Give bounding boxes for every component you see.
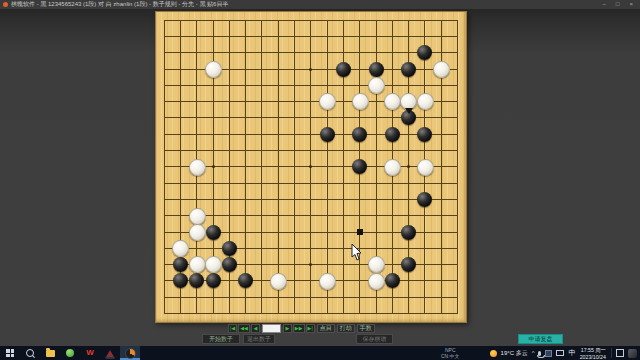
ship-app-button[interactable] — [100, 346, 120, 360]
white-stone[interactable] — [189, 256, 206, 273]
black-stone[interactable] — [173, 257, 188, 272]
black-stone[interactable] — [173, 273, 188, 288]
search-icon — [26, 349, 34, 357]
clock-date: 2023/10/24 — [580, 353, 606, 359]
black-stone[interactable] — [189, 273, 204, 288]
tray-chevron-icon[interactable]: ^ — [532, 346, 535, 360]
black-stone[interactable] — [320, 127, 335, 142]
white-stone[interactable] — [368, 256, 385, 273]
mouse-cursor — [351, 244, 363, 262]
black-stone[interactable] — [401, 225, 416, 240]
maximize-button[interactable]: □ — [616, 0, 620, 9]
move-navigation-bar: |◀ ◀◀ ◀ ▶ ▶▶ ▶| 点目 打劫 手数 — [228, 323, 375, 333]
white-stone[interactable] — [368, 77, 385, 94]
white-stone[interactable] — [384, 93, 401, 110]
white-stone[interactable] — [417, 159, 434, 176]
weather-sun-icon — [490, 350, 497, 357]
taskbar-middle-widget[interactable]: NPC CN:中文 — [441, 348, 459, 359]
start-button[interactable] — [0, 346, 20, 360]
count-button[interactable]: 点目 — [317, 324, 335, 333]
black-stone[interactable] — [385, 273, 400, 288]
white-stone[interactable] — [172, 240, 189, 257]
white-stone[interactable] — [189, 208, 206, 225]
microphone-icon[interactable] — [538, 351, 541, 356]
display-icon[interactable] — [556, 350, 564, 356]
taskbar-tray: 19°C 多云 ^ 中 17:55 周一 2023/10/24 — [490, 346, 640, 360]
start-count-button[interactable]: 开始数子 — [202, 334, 240, 344]
taskbar: W NPC CN:中文 19°C 多云 ^ 中 17:55 周一 2023/10… — [0, 346, 640, 360]
white-stone[interactable] — [270, 273, 287, 290]
black-stone[interactable] — [369, 62, 384, 77]
white-stone[interactable] — [205, 61, 222, 78]
weather-temp: 19°C — [501, 350, 514, 356]
black-stone[interactable] — [206, 273, 221, 288]
nav-back10-button[interactable]: ◀◀ — [238, 324, 250, 333]
black-stone[interactable] — [352, 159, 367, 174]
file-explorer-button[interactable] — [40, 346, 60, 360]
triangle-marker — [405, 108, 413, 114]
moves-button[interactable]: 手数 — [357, 324, 375, 333]
app-icon — [3, 2, 8, 7]
nav-last-button[interactable]: ▶| — [306, 324, 315, 333]
nav-forward10-button[interactable]: ▶▶ — [293, 324, 305, 333]
minimize-button[interactable]: – — [603, 0, 606, 9]
black-stone[interactable] — [238, 273, 253, 288]
client-area: |◀ ◀◀ ◀ ▶ ▶▶ ▶| 点目 打劫 手数 开始数子 退出数子 保存棋谱 … — [0, 9, 640, 346]
save-record-button[interactable]: 保存棋谱 — [356, 334, 393, 344]
wps-app-button[interactable]: W — [80, 346, 100, 360]
tray-last-app-icon[interactable] — [628, 349, 637, 358]
black-stone[interactable] — [222, 241, 237, 256]
widget-line2: CN:中文 — [441, 353, 459, 358]
folder-icon — [46, 350, 55, 357]
taskbar-clock[interactable]: 17:55 周一 2023/10/24 — [580, 347, 606, 359]
black-stone[interactable] — [401, 257, 416, 272]
close-button[interactable]: × — [629, 0, 633, 9]
last-move-square-marker — [357, 229, 363, 235]
nav-first-button[interactable]: |◀ — [228, 324, 237, 333]
weather-widget[interactable]: 19°C 多云 — [501, 349, 528, 358]
black-stone[interactable] — [417, 45, 432, 60]
white-stone[interactable] — [189, 224, 206, 241]
go-board[interactable] — [155, 11, 467, 323]
white-stone[interactable] — [319, 93, 336, 110]
go-app-icon — [125, 348, 136, 359]
nav-back-button[interactable]: ◀ — [251, 324, 260, 333]
black-stone[interactable] — [336, 62, 351, 77]
black-stone[interactable] — [417, 192, 432, 207]
white-stone[interactable] — [205, 256, 222, 273]
move-number-input[interactable] — [262, 324, 281, 333]
wps-icon: W — [86, 349, 94, 357]
white-stone[interactable] — [368, 273, 385, 290]
window-title: 棋魄软件 - 黑 1234565243 (1段) 对 白 zhanlin (1段… — [11, 0, 600, 9]
tray-app-icon[interactable] — [545, 350, 552, 357]
nav-forward-button[interactable]: ▶ — [283, 324, 292, 333]
white-stone[interactable] — [417, 93, 434, 110]
green-app-icon — [66, 349, 74, 357]
black-stone[interactable] — [352, 127, 367, 142]
white-stone[interactable] — [384, 159, 401, 176]
green-app-button[interactable] — [60, 346, 80, 360]
white-stone[interactable] — [319, 273, 336, 290]
white-stone[interactable] — [433, 61, 450, 78]
white-stone[interactable] — [352, 93, 369, 110]
taskbar-search[interactable] — [20, 346, 40, 360]
black-stone[interactable] — [222, 257, 237, 272]
title-bar: 棋魄软件 - 黑 1234565243 (1段) 对 白 zhanlin (1段… — [0, 0, 640, 9]
clock-time: 17:55 周一 — [581, 347, 606, 353]
tray-separator — [611, 348, 612, 358]
windows-logo-icon — [6, 349, 14, 357]
weather-desc: 多云 — [516, 350, 528, 356]
black-stone[interactable] — [417, 127, 432, 142]
black-stone[interactable] — [206, 225, 221, 240]
action-center-icon[interactable] — [616, 349, 624, 357]
ime-language-badge[interactable]: 中 — [568, 346, 575, 360]
action-bar: 开始数子 退出数子 保存棋谱 申请复盘 — [0, 334, 640, 346]
black-stone[interactable] — [385, 127, 400, 142]
ship-icon — [106, 350, 114, 357]
white-stone[interactable] — [189, 159, 206, 176]
black-stone[interactable] — [401, 62, 416, 77]
ko-button[interactable]: 打劫 — [337, 324, 355, 333]
exit-count-button[interactable]: 退出数子 — [243, 334, 275, 344]
window-controls: – □ × — [603, 0, 633, 9]
request-review-button[interactable]: 申请复盘 — [518, 334, 563, 344]
go-app-button-active[interactable] — [120, 346, 140, 360]
